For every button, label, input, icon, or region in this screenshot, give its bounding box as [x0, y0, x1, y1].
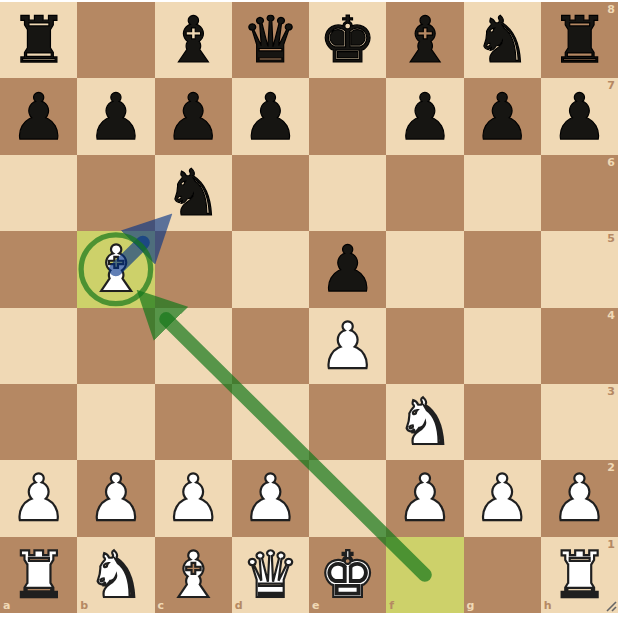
square-c4[interactable]: [155, 308, 232, 384]
square-g4[interactable]: [464, 308, 541, 384]
square-a2[interactable]: ♟: [0, 460, 77, 536]
black-king[interactable]: ♚: [309, 2, 386, 78]
square-f8[interactable]: ♝: [386, 2, 463, 78]
square-b6[interactable]: [77, 155, 154, 231]
black-queen[interactable]: ♛: [232, 2, 309, 78]
square-a5[interactable]: [0, 231, 77, 307]
square-d1[interactable]: ♛d: [232, 537, 309, 613]
square-h8[interactable]: ♜8: [541, 2, 618, 78]
square-d7[interactable]: ♟: [232, 78, 309, 154]
white-pawn[interactable]: ♟: [0, 460, 77, 536]
square-f5[interactable]: [386, 231, 463, 307]
square-d5[interactable]: [232, 231, 309, 307]
black-bishop[interactable]: ♝: [386, 2, 463, 78]
square-g5[interactable]: [464, 231, 541, 307]
black-pawn[interactable]: ♟: [77, 78, 154, 154]
rank-label-8: 8: [607, 3, 615, 16]
square-g6[interactable]: [464, 155, 541, 231]
black-rook[interactable]: ♜: [0, 2, 77, 78]
file-label-e: e: [312, 599, 319, 612]
square-h5[interactable]: 5: [541, 231, 618, 307]
square-f3[interactable]: ♞: [386, 384, 463, 460]
square-c5[interactable]: [155, 231, 232, 307]
white-pawn[interactable]: ♟: [309, 308, 386, 384]
white-bishop[interactable]: ♝: [155, 537, 232, 613]
square-h3[interactable]: 3: [541, 384, 618, 460]
white-pawn[interactable]: ♟: [77, 460, 154, 536]
square-b2[interactable]: ♟: [77, 460, 154, 536]
square-d3[interactable]: [232, 384, 309, 460]
square-g2[interactable]: ♟: [464, 460, 541, 536]
file-label-c: c: [158, 599, 165, 612]
black-knight[interactable]: ♞: [155, 155, 232, 231]
white-knight[interactable]: ♞: [386, 384, 463, 460]
square-a6[interactable]: [0, 155, 77, 231]
square-e7[interactable]: [309, 78, 386, 154]
square-e2[interactable]: [309, 460, 386, 536]
square-a1[interactable]: ♜a: [0, 537, 77, 613]
square-g7[interactable]: ♟: [464, 78, 541, 154]
rank-label-5: 5: [607, 232, 615, 245]
square-b8[interactable]: [77, 2, 154, 78]
rank-label-4: 4: [607, 309, 615, 322]
square-e6[interactable]: [309, 155, 386, 231]
square-h6[interactable]: 6: [541, 155, 618, 231]
square-c1[interactable]: ♝c: [155, 537, 232, 613]
white-pawn[interactable]: ♟: [386, 460, 463, 536]
square-e3[interactable]: [309, 384, 386, 460]
square-d2[interactable]: ♟: [232, 460, 309, 536]
square-f7[interactable]: ♟: [386, 78, 463, 154]
black-pawn[interactable]: ♟: [232, 78, 309, 154]
square-h2[interactable]: ♟2: [541, 460, 618, 536]
white-bishop[interactable]: ♝: [77, 231, 154, 307]
file-label-b: b: [80, 599, 88, 612]
file-label-d: d: [235, 599, 243, 612]
square-a8[interactable]: ♜: [0, 2, 77, 78]
board-grid: ♜♝♛♚♝♞♜8♟♟♟♟♟♟♟7♞6♝♟5♟4♞3♟♟♟♟♟♟♟2♜a♞b♝c♛…: [0, 2, 618, 613]
black-pawn[interactable]: ♟: [386, 78, 463, 154]
black-pawn[interactable]: ♟: [0, 78, 77, 154]
square-c8[interactable]: ♝: [155, 2, 232, 78]
square-a4[interactable]: [0, 308, 77, 384]
black-knight[interactable]: ♞: [464, 2, 541, 78]
square-h7[interactable]: ♟7: [541, 78, 618, 154]
square-e1[interactable]: ♚e: [309, 537, 386, 613]
rank-label-2: 2: [607, 461, 615, 474]
square-b1[interactable]: ♞b: [77, 537, 154, 613]
black-pawn[interactable]: ♟: [309, 231, 386, 307]
black-pawn[interactable]: ♟: [155, 78, 232, 154]
square-f6[interactable]: [386, 155, 463, 231]
square-d4[interactable]: [232, 308, 309, 384]
file-label-g: g: [467, 599, 475, 612]
square-a3[interactable]: [0, 384, 77, 460]
square-b3[interactable]: [77, 384, 154, 460]
square-e8[interactable]: ♚: [309, 2, 386, 78]
square-f2[interactable]: ♟: [386, 460, 463, 536]
white-knight[interactable]: ♞: [77, 537, 154, 613]
square-b4[interactable]: [77, 308, 154, 384]
file-label-f: f: [389, 599, 394, 612]
black-bishop[interactable]: ♝: [155, 2, 232, 78]
black-pawn[interactable]: ♟: [464, 78, 541, 154]
square-g8[interactable]: ♞: [464, 2, 541, 78]
square-g3[interactable]: [464, 384, 541, 460]
square-a7[interactable]: ♟: [0, 78, 77, 154]
square-h4[interactable]: 4: [541, 308, 618, 384]
white-pawn[interactable]: ♟: [464, 460, 541, 536]
file-label-a: a: [3, 599, 10, 612]
square-d8[interactable]: ♛: [232, 2, 309, 78]
rank-label-1: 1: [607, 538, 615, 551]
white-rook[interactable]: ♜: [0, 537, 77, 613]
white-pawn[interactable]: ♟: [232, 460, 309, 536]
white-king[interactable]: ♚: [309, 537, 386, 613]
square-b7[interactable]: ♟: [77, 78, 154, 154]
square-d6[interactable]: [232, 155, 309, 231]
square-f1[interactable]: f: [386, 537, 463, 613]
rank-label-7: 7: [607, 79, 615, 92]
square-c2[interactable]: ♟: [155, 460, 232, 536]
white-pawn[interactable]: ♟: [155, 460, 232, 536]
square-c6[interactable]: ♞: [155, 155, 232, 231]
square-c7[interactable]: ♟: [155, 78, 232, 154]
square-f4[interactable]: [386, 308, 463, 384]
white-queen[interactable]: ♛: [232, 537, 309, 613]
rank-label-6: 6: [607, 156, 615, 169]
rank-label-3: 3: [607, 385, 615, 398]
file-label-h: h: [544, 599, 552, 612]
chess-board: ♜♝♛♚♝♞♜8♟♟♟♟♟♟♟7♞6♝♟5♟4♞3♟♟♟♟♟♟♟2♜a♞b♝c♛…: [0, 2, 618, 613]
square-b5[interactable]: ♝: [77, 231, 154, 307]
square-e4[interactable]: ♟: [309, 308, 386, 384]
resize-handle-icon[interactable]: [603, 598, 617, 612]
square-g1[interactable]: g: [464, 537, 541, 613]
square-e5[interactable]: ♟: [309, 231, 386, 307]
square-c3[interactable]: [155, 384, 232, 460]
